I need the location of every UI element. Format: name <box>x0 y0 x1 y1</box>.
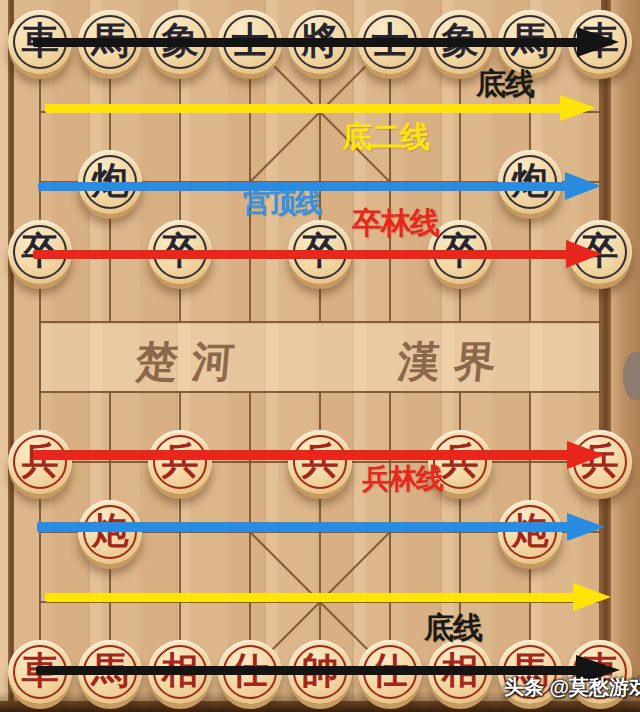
yellow-arrow-rank8-head <box>573 583 611 611</box>
river-label-left: 楚河 <box>134 334 251 390</box>
piece-red-cannon[interactable]: 炮 <box>498 500 562 564</box>
label-second-bottom-line: 底二线 <box>342 117 429 158</box>
blue-arrow-rank7-shaft <box>37 522 571 532</box>
xiangqi-board: 楚河 漢界 車馬象士將士象馬車炮炮卒卒卒卒卒兵兵兵兵兵炮炮車馬相仕帥仕相馬車 底… <box>0 0 640 712</box>
yellow-arrow-rank8-shaft <box>45 593 577 602</box>
label-bottom-line-top: 底线 <box>476 64 534 105</box>
label-bottom-line-bottom: 底线 <box>424 608 482 649</box>
piece-glyph: 兵 <box>288 430 352 494</box>
red-arrow-rank6-head <box>567 441 605 469</box>
background-knob-shape <box>623 352 640 400</box>
piece-red-cannon[interactable]: 炮 <box>78 500 142 564</box>
piece-red-soldier[interactable]: 兵 <box>148 430 212 494</box>
red-arrow-rank3-head <box>566 240 602 268</box>
blue-arrow-rank2-head <box>565 172 601 200</box>
black-arrow-rank0-head <box>577 27 619 57</box>
piece-red-soldier[interactable]: 兵 <box>288 430 352 494</box>
red-arrow-rank3-shaft <box>33 250 570 259</box>
label-palace-top-line: 宫顶线 <box>243 185 321 221</box>
river-label-right: 漢界 <box>396 334 513 390</box>
piece-red-soldier[interactable]: 兵 <box>8 430 72 494</box>
red-arrow-rank6-shaft <box>33 450 571 460</box>
label-red-pawn-line: 兵林线 <box>362 460 443 498</box>
watermark: 头条 @莫愁游戏 <box>504 674 640 701</box>
piece-glyph: 炮 <box>498 500 562 564</box>
piece-glyph: 兵 <box>148 430 212 494</box>
piece-glyph: 炮 <box>78 500 142 564</box>
piece-glyph: 兵 <box>8 430 72 494</box>
board-left-edge <box>0 0 8 712</box>
board-left-frame-groove <box>8 0 14 712</box>
black-arrow-rank9-shaft <box>36 666 580 675</box>
blue-arrow-rank7-head <box>567 513 605 541</box>
black-arrow-rank0-shaft <box>33 38 581 47</box>
yellow-arrow-rank1-head <box>560 95 596 121</box>
label-black-pawn-line: 卒林线 <box>352 203 439 244</box>
